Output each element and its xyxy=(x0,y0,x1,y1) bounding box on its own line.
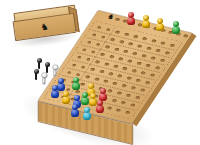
peg-cyan[interactable] xyxy=(83,107,92,120)
peg-head xyxy=(84,107,90,113)
key-hole xyxy=(67,71,72,74)
peg-head xyxy=(82,92,88,98)
code-hole xyxy=(115,30,121,34)
code-hole xyxy=(95,60,101,64)
code-hole xyxy=(137,44,143,48)
code-hole xyxy=(99,70,105,74)
peg-head xyxy=(157,18,163,24)
pin-black[interactable] xyxy=(45,62,50,73)
peg-yellow[interactable] xyxy=(142,15,151,28)
code-hole xyxy=(132,52,138,56)
code-hole xyxy=(134,96,140,100)
pin-white[interactable] xyxy=(42,73,47,84)
peg-head xyxy=(52,85,58,91)
peg-head xyxy=(173,21,179,27)
code-hole xyxy=(110,38,116,42)
key-hole xyxy=(77,56,82,59)
key-hole xyxy=(92,34,97,37)
peg-head xyxy=(97,100,103,106)
product-photo-scene: ♞ ♞ xyxy=(0,0,200,145)
pin-head xyxy=(37,58,42,63)
pin-head xyxy=(45,62,50,67)
code-hole xyxy=(130,86,136,90)
key-hole xyxy=(97,26,102,29)
code-hole xyxy=(128,42,134,46)
peg-yellow[interactable] xyxy=(156,18,165,31)
code-hole xyxy=(125,94,131,98)
code-hole xyxy=(159,58,165,62)
code-hole xyxy=(112,82,118,86)
key-hole xyxy=(96,43,101,46)
code-hole xyxy=(145,64,151,68)
code-hole xyxy=(120,101,126,105)
peg-green[interactable] xyxy=(172,21,181,34)
code-hole xyxy=(155,49,161,53)
code-hole xyxy=(106,106,112,110)
code-hole xyxy=(129,103,135,107)
code-hole xyxy=(121,84,127,88)
code-hole xyxy=(80,83,86,87)
code-hole xyxy=(123,50,129,54)
key-hole xyxy=(87,41,92,44)
pin-head xyxy=(42,73,47,78)
code-hole xyxy=(151,39,157,43)
pin-head xyxy=(34,69,39,74)
peg-head xyxy=(90,93,96,99)
code-hole xyxy=(119,40,125,44)
peg-head xyxy=(74,95,80,101)
key-hole xyxy=(101,36,106,39)
code-hole xyxy=(164,51,170,55)
peg-red[interactable] xyxy=(96,100,105,113)
code-hole xyxy=(149,73,155,77)
key-hole xyxy=(82,48,87,51)
code-hole xyxy=(117,74,123,78)
rim-hole xyxy=(183,34,189,38)
code-hole xyxy=(140,71,146,75)
key-hole xyxy=(106,28,111,31)
key-hole xyxy=(81,66,86,69)
peg-blue[interactable] xyxy=(71,104,80,117)
peg-blue[interactable] xyxy=(51,85,60,98)
code-hole xyxy=(150,56,156,60)
code-hole xyxy=(113,65,119,69)
peg-head xyxy=(58,78,64,84)
pin-black[interactable] xyxy=(37,58,42,69)
peg-head xyxy=(128,12,134,18)
code-hole xyxy=(141,54,147,58)
code-hole xyxy=(124,111,130,115)
peg-red[interactable] xyxy=(127,12,136,25)
code-hole xyxy=(107,89,113,93)
pin-body xyxy=(43,77,45,84)
code-hole xyxy=(108,72,114,76)
code-hole xyxy=(124,32,130,36)
code-hole xyxy=(142,37,148,41)
code-hole xyxy=(133,35,139,39)
key-hole xyxy=(86,58,91,61)
key-hole xyxy=(72,63,77,66)
code-hole xyxy=(135,79,141,83)
code-hole xyxy=(115,109,121,113)
code-hole xyxy=(127,59,133,63)
pin-body xyxy=(35,73,37,80)
pin-body xyxy=(54,69,56,76)
peg-head xyxy=(88,83,94,89)
code-hole xyxy=(122,67,128,71)
code-hole xyxy=(144,81,150,85)
code-hole xyxy=(114,47,120,51)
code-hole xyxy=(100,53,106,57)
code-hole xyxy=(109,55,115,59)
code-hole xyxy=(146,47,152,51)
peg-head xyxy=(73,77,79,83)
code-hole xyxy=(139,88,145,92)
peg-yellow[interactable] xyxy=(62,91,71,104)
pin-head xyxy=(53,65,58,70)
code-hole xyxy=(105,45,111,49)
code-hole xyxy=(118,57,124,61)
pin-white[interactable] xyxy=(53,65,58,76)
code-hole xyxy=(85,75,91,79)
code-hole xyxy=(104,62,110,66)
code-hole xyxy=(111,99,117,103)
peg-head xyxy=(72,104,78,110)
pin-body xyxy=(38,62,40,69)
code-hole xyxy=(90,68,96,72)
code-hole xyxy=(131,69,137,73)
peg-head xyxy=(63,91,69,97)
code-hole xyxy=(136,61,142,65)
rim-hole xyxy=(115,18,121,22)
code-hole xyxy=(94,77,100,81)
peg-green[interactable] xyxy=(72,77,81,90)
maker-logo-icon: ♞ xyxy=(40,22,49,32)
key-hole xyxy=(76,73,81,76)
code-hole xyxy=(160,41,166,45)
code-hole xyxy=(169,43,175,47)
code-hole xyxy=(103,80,109,84)
code-hole xyxy=(154,66,160,70)
peg-head xyxy=(100,88,106,94)
code-hole xyxy=(126,76,132,80)
pin-body xyxy=(46,66,48,73)
pin-black[interactable] xyxy=(34,69,39,80)
code-hole xyxy=(116,91,122,95)
key-hole xyxy=(91,51,96,54)
peg-head xyxy=(143,15,149,21)
